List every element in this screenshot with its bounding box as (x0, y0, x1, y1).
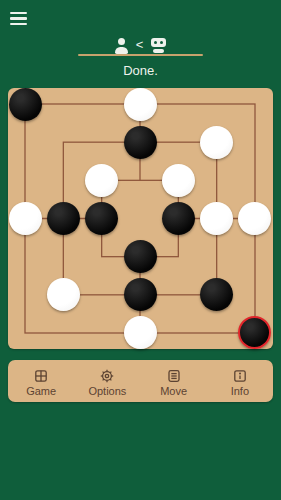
white-stone-f4[interactable] (200, 202, 233, 235)
board-cell-empty (6, 238, 44, 276)
grid-icon (33, 368, 49, 384)
white-stone-d1[interactable] (124, 316, 157, 349)
app-screen: < Done. Game (0, 0, 281, 500)
board-cell-empty (159, 276, 197, 314)
board-cell-empty (44, 238, 82, 276)
gear-icon (99, 368, 115, 384)
info-button[interactable]: Info (207, 365, 273, 397)
info-button-label: Info (231, 385, 249, 397)
board-cell-empty (159, 123, 197, 161)
board-cell-empty (83, 123, 121, 161)
point-c3[interactable] (83, 238, 121, 276)
point-e4[interactable] (159, 199, 197, 237)
board-cell-empty (6, 123, 44, 161)
point-g7[interactable] (236, 85, 274, 123)
board-cell-empty (6, 161, 44, 199)
board-cell-empty (236, 238, 274, 276)
move-button[interactable]: Move (141, 365, 207, 397)
board-cell-empty (198, 161, 236, 199)
status-text: Done. (0, 63, 281, 78)
board-cell-empty (198, 85, 236, 123)
point-g1[interactable] (236, 314, 274, 352)
board-cell-empty (121, 199, 159, 237)
point-d3[interactable] (121, 238, 159, 276)
header-divider (78, 54, 203, 57)
white-stone-b2[interactable] (47, 278, 80, 311)
white-stone-e5[interactable] (162, 164, 195, 197)
options-button[interactable]: Options (74, 365, 140, 397)
black-stone-d6[interactable] (124, 126, 157, 159)
black-stone-b4[interactable] (47, 202, 80, 235)
board-cell-empty (198, 314, 236, 352)
board-cell-empty (236, 123, 274, 161)
board-cell-empty (44, 314, 82, 352)
black-stone-d3[interactable] (124, 240, 157, 273)
black-stone-d2[interactable] (124, 278, 157, 311)
white-stone-f6[interactable] (200, 126, 233, 159)
board-cell-empty (236, 276, 274, 314)
morris-board[interactable] (8, 88, 273, 349)
move-button-label: Move (160, 385, 187, 397)
point-d6[interactable] (121, 123, 159, 161)
point-f6[interactable] (198, 123, 236, 161)
point-f2[interactable] (198, 276, 236, 314)
point-b4[interactable] (44, 199, 82, 237)
point-a4[interactable] (6, 199, 44, 237)
game-button[interactable]: Game (8, 365, 74, 397)
human-player-icon (115, 38, 128, 54)
point-d1[interactable] (121, 314, 159, 352)
board-cell-empty (159, 85, 197, 123)
board-cell-empty (236, 161, 274, 199)
board-cell-empty (198, 238, 236, 276)
game-button-label: Game (26, 385, 56, 397)
bottom-toolbar: Game Options M (8, 360, 273, 402)
point-b2[interactable] (44, 276, 82, 314)
white-stone-g4[interactable] (238, 202, 271, 235)
board-cell-empty (83, 276, 121, 314)
players-indicator: < (0, 38, 281, 54)
move-list-icon (166, 368, 182, 384)
point-b6[interactable] (44, 123, 82, 161)
white-stone-a4[interactable] (9, 202, 42, 235)
white-stone-c5[interactable] (85, 164, 118, 197)
robot-player-icon (151, 38, 166, 54)
board-grid (6, 85, 274, 352)
board-cell-empty (83, 85, 121, 123)
point-c4[interactable] (83, 199, 121, 237)
point-d5[interactable] (121, 161, 159, 199)
point-d2[interactable] (121, 276, 159, 314)
black-stone-e4[interactable] (162, 202, 195, 235)
black-stone-a7[interactable] (9, 88, 42, 121)
black-stone-f2[interactable] (200, 278, 233, 311)
point-f4[interactable] (198, 199, 236, 237)
black-stone-c4[interactable] (85, 202, 118, 235)
point-e5[interactable] (159, 161, 197, 199)
point-a1[interactable] (6, 314, 44, 352)
black-stone-g1[interactable] (238, 316, 271, 349)
hamburger-menu-icon[interactable] (10, 12, 27, 25)
options-button-label: Options (88, 385, 126, 397)
board-cell-empty (44, 161, 82, 199)
info-icon (232, 368, 248, 384)
point-e3[interactable] (159, 238, 197, 276)
turn-comparison-symbol: < (136, 37, 144, 53)
point-c5[interactable] (83, 161, 121, 199)
white-stone-d7[interactable] (124, 88, 157, 121)
board-cell-empty (6, 276, 44, 314)
board-cell-empty (83, 314, 121, 352)
board-cell-empty (159, 314, 197, 352)
point-a7[interactable] (6, 85, 44, 123)
point-g4[interactable] (236, 199, 274, 237)
board-cell-empty (44, 85, 82, 123)
point-d7[interactable] (121, 85, 159, 123)
